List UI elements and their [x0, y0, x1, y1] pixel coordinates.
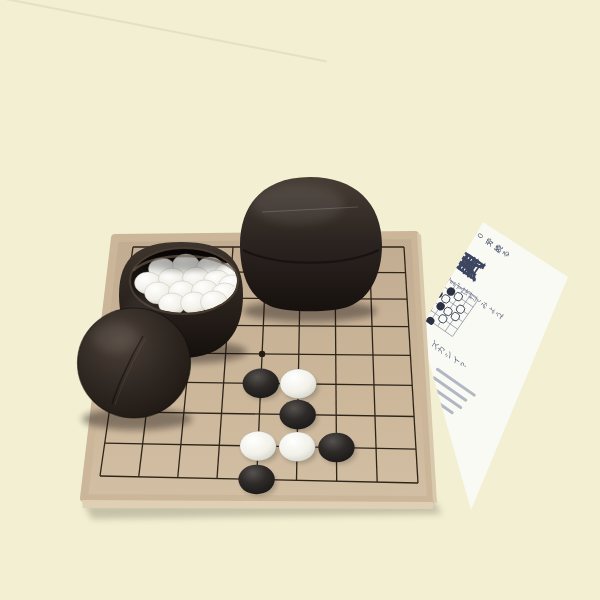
go-set-photo: １０分で読める 囲碁入門 〜まずは打ってみよう〜 ズカシイ？ [0, 0, 600, 600]
star-point-tengen [259, 351, 265, 357]
lid-highlight [92, 323, 140, 353]
go-stone-black-5-9[interactable] [238, 465, 274, 495]
closed-bowl-highlight [252, 184, 344, 224]
go-stone-black-6-7[interactable] [279, 400, 315, 430]
go-stone-black-7-8[interactable] [318, 433, 354, 463]
go-stone-white-5-8[interactable] [240, 431, 276, 461]
go-stone-white-6-6[interactable] [280, 369, 316, 399]
go-stone-black-5-6[interactable] [243, 369, 279, 399]
board-and-bowls [0, 0, 600, 600]
go-stone-white-6-8[interactable] [279, 432, 315, 462]
